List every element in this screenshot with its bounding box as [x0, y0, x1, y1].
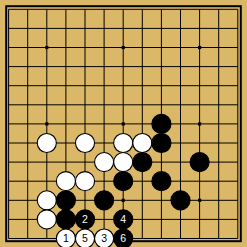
star-point: [122, 199, 125, 202]
star-point: [45, 122, 48, 125]
white-stone: [114, 133, 133, 152]
move-4-stone: [114, 210, 133, 229]
move-1-stone: [56, 229, 75, 247]
black-stone: [190, 153, 209, 172]
black-stone: [114, 172, 133, 191]
black-stone: [56, 210, 75, 229]
white-stone: [114, 153, 133, 172]
star-point: [122, 122, 125, 125]
star-point: [198, 122, 201, 125]
white-stone: [133, 133, 152, 152]
star-point: [198, 199, 201, 202]
star-point: [198, 46, 201, 49]
black-stone: [152, 114, 171, 133]
white-stone: [37, 191, 56, 210]
move-3-stone: [95, 229, 114, 247]
black-stone: [133, 153, 152, 172]
move-6-stone: [114, 229, 133, 247]
black-stone: [152, 133, 171, 152]
white-stone: [75, 133, 94, 152]
go-diagram: 241536: [0, 0, 247, 247]
black-stone: [95, 191, 114, 210]
go-board[interactable]: 241536: [0, 0, 247, 247]
white-stone: [37, 133, 56, 152]
white-stone: [56, 172, 75, 191]
white-stone: [75, 172, 94, 191]
move-2-stone: [75, 210, 94, 229]
black-stone: [171, 191, 190, 210]
move-5-stone: [75, 229, 94, 247]
star-point: [122, 46, 125, 49]
white-stone: [95, 153, 114, 172]
black-stone: [152, 172, 171, 191]
black-stone: [56, 191, 75, 210]
white-stone: [37, 210, 56, 229]
star-point: [45, 46, 48, 49]
